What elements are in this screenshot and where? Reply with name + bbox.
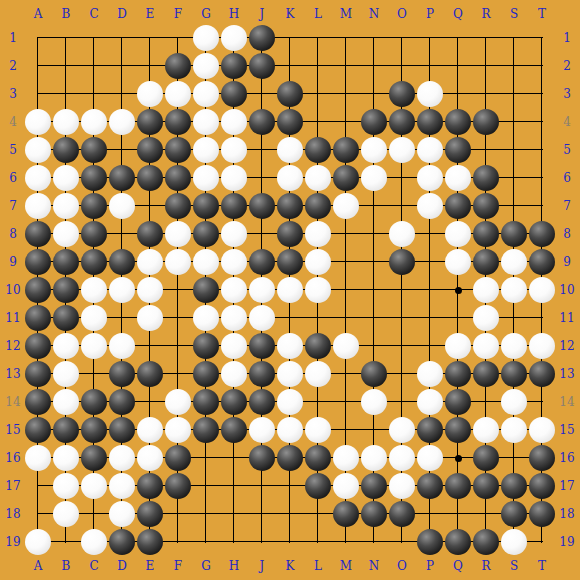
stone-black-A8[interactable] <box>25 221 51 247</box>
coord-label-L: L <box>306 7 330 21</box>
stone-white-C10[interactable] <box>81 277 107 303</box>
stone-white-R10[interactable] <box>473 277 499 303</box>
stone-black-K16[interactable] <box>277 445 303 471</box>
stone-white-B12[interactable] <box>53 333 79 359</box>
coord-label-15: 15 <box>555 423 579 437</box>
stone-white-D7[interactable] <box>109 193 135 219</box>
coord-label-16: 16 <box>1 451 25 465</box>
coord-label-H: H <box>222 7 246 21</box>
stone-black-H7[interactable] <box>221 193 247 219</box>
coord-label-17: 17 <box>555 479 579 493</box>
stone-white-N14[interactable] <box>361 389 387 415</box>
stone-white-B13[interactable] <box>53 361 79 387</box>
stone-white-F14[interactable] <box>165 389 191 415</box>
coord-label-14: 14 <box>555 395 579 409</box>
stone-black-E8[interactable] <box>137 221 163 247</box>
star-point-Q10 <box>455 287 462 294</box>
stone-white-J11[interactable] <box>249 305 275 331</box>
stone-black-G10[interactable] <box>193 277 219 303</box>
coord-label-T: T <box>530 7 554 21</box>
stone-white-K12[interactable] <box>277 333 303 359</box>
stone-black-N4[interactable] <box>361 109 387 135</box>
stone-white-C17[interactable] <box>81 473 107 499</box>
stone-white-C19[interactable] <box>81 529 107 555</box>
stone-black-T8[interactable] <box>529 221 555 247</box>
stone-black-B11[interactable] <box>53 305 79 331</box>
coord-label-S: S <box>502 559 526 573</box>
coord-label-11: 11 <box>1 311 25 325</box>
stone-white-E10[interactable] <box>137 277 163 303</box>
stone-black-F16[interactable] <box>165 445 191 471</box>
stone-black-F6[interactable] <box>165 165 191 191</box>
stone-white-T10[interactable] <box>529 277 555 303</box>
coord-label-O: O <box>390 559 414 573</box>
stone-black-T13[interactable] <box>529 361 555 387</box>
stone-black-R9[interactable] <box>473 249 499 275</box>
stone-white-E3[interactable] <box>137 81 163 107</box>
stone-black-D15[interactable] <box>109 417 135 443</box>
stone-white-A6[interactable] <box>25 165 51 191</box>
coord-label-18: 18 <box>555 507 579 521</box>
coord-label-F: F <box>166 559 190 573</box>
stone-black-S13[interactable] <box>501 361 527 387</box>
stone-white-B16[interactable] <box>53 445 79 471</box>
stone-black-H2[interactable] <box>221 53 247 79</box>
coord-label-R: R <box>474 559 498 573</box>
coord-label-J: J <box>250 7 274 21</box>
stone-black-O4[interactable] <box>389 109 415 135</box>
stone-black-L17[interactable] <box>305 473 331 499</box>
stone-white-Q9[interactable] <box>445 249 471 275</box>
stone-white-L8[interactable] <box>305 221 331 247</box>
stone-black-K4[interactable] <box>277 109 303 135</box>
stone-white-M7[interactable] <box>333 193 359 219</box>
stone-black-L5[interactable] <box>305 137 331 163</box>
stone-black-A13[interactable] <box>25 361 51 387</box>
stone-black-R6[interactable] <box>473 165 499 191</box>
stone-white-O16[interactable] <box>389 445 415 471</box>
stone-black-R4[interactable] <box>473 109 499 135</box>
stone-black-C15[interactable] <box>81 417 107 443</box>
stone-white-H4[interactable] <box>221 109 247 135</box>
stone-black-Q17[interactable] <box>445 473 471 499</box>
stone-black-R8[interactable] <box>473 221 499 247</box>
stone-black-L12[interactable] <box>305 333 331 359</box>
stone-black-A15[interactable] <box>25 417 51 443</box>
stone-white-P7[interactable] <box>417 193 443 219</box>
coord-label-1: 1 <box>555 31 579 45</box>
stone-black-C5[interactable] <box>81 137 107 163</box>
stone-white-F9[interactable] <box>165 249 191 275</box>
stone-black-M5[interactable] <box>333 137 359 163</box>
stone-white-G3[interactable] <box>193 81 219 107</box>
coord-label-3: 3 <box>555 87 579 101</box>
stone-black-C9[interactable] <box>81 249 107 275</box>
stone-white-B17[interactable] <box>53 473 79 499</box>
stone-black-H15[interactable] <box>221 417 247 443</box>
stone-black-P17[interactable] <box>417 473 443 499</box>
stone-black-M18[interactable] <box>333 501 359 527</box>
stone-black-G13[interactable] <box>193 361 219 387</box>
stone-white-H1[interactable] <box>221 25 247 51</box>
stone-white-S10[interactable] <box>501 277 527 303</box>
coord-label-N: N <box>362 7 386 21</box>
stone-black-Q15[interactable] <box>445 417 471 443</box>
stone-white-E16[interactable] <box>137 445 163 471</box>
stone-black-K3[interactable] <box>277 81 303 107</box>
stone-white-B6[interactable] <box>53 165 79 191</box>
stone-white-L9[interactable] <box>305 249 331 275</box>
stone-black-D13[interactable] <box>109 361 135 387</box>
coord-label-2: 2 <box>555 59 579 73</box>
stone-white-E9[interactable] <box>137 249 163 275</box>
stone-black-C6[interactable] <box>81 165 107 191</box>
stone-white-K15[interactable] <box>277 417 303 443</box>
stone-white-P6[interactable] <box>417 165 443 191</box>
stone-white-A5[interactable] <box>25 137 51 163</box>
stone-white-S9[interactable] <box>501 249 527 275</box>
stone-white-S14[interactable] <box>501 389 527 415</box>
stone-white-R11[interactable] <box>473 305 499 331</box>
stone-black-G14[interactable] <box>193 389 219 415</box>
coord-label-8: 8 <box>555 227 579 241</box>
coord-label-G: G <box>194 7 218 21</box>
stone-black-R7[interactable] <box>473 193 499 219</box>
stone-white-F15[interactable] <box>165 417 191 443</box>
stone-black-E5[interactable] <box>137 137 163 163</box>
go-board-screenshot: AABBCCDDEEFFGGHHJJKKLLMMNNOOPPQQRRSSTT11… <box>0 0 580 580</box>
stone-white-C11[interactable] <box>81 305 107 331</box>
stone-black-B15[interactable] <box>53 417 79 443</box>
stone-white-D18[interactable] <box>109 501 135 527</box>
stone-black-C8[interactable] <box>81 221 107 247</box>
stone-white-A16[interactable] <box>25 445 51 471</box>
stone-black-L7[interactable] <box>305 193 331 219</box>
coord-label-19: 19 <box>1 535 25 549</box>
stone-white-N6[interactable] <box>361 165 387 191</box>
coord-label-4: 4 <box>1 115 25 129</box>
coord-label-4: 4 <box>555 115 579 129</box>
stone-white-A4[interactable] <box>25 109 51 135</box>
stone-white-K13[interactable] <box>277 361 303 387</box>
coord-label-K: K <box>278 559 302 573</box>
stone-black-A11[interactable] <box>25 305 51 331</box>
stone-black-R16[interactable] <box>473 445 499 471</box>
coord-label-9: 9 <box>1 255 25 269</box>
coord-label-17: 17 <box>1 479 25 493</box>
stone-white-H11[interactable] <box>221 305 247 331</box>
stone-black-G12[interactable] <box>193 333 219 359</box>
stone-black-O18[interactable] <box>389 501 415 527</box>
stone-black-J12[interactable] <box>249 333 275 359</box>
stone-black-N13[interactable] <box>361 361 387 387</box>
stone-black-M6[interactable] <box>333 165 359 191</box>
coord-label-N: N <box>362 559 386 573</box>
stone-white-C4[interactable] <box>81 109 107 135</box>
stone-black-H3[interactable] <box>221 81 247 107</box>
coord-label-8: 8 <box>1 227 25 241</box>
stone-black-J16[interactable] <box>249 445 275 471</box>
coord-label-E: E <box>138 559 162 573</box>
stone-black-E4[interactable] <box>137 109 163 135</box>
stone-white-P14[interactable] <box>417 389 443 415</box>
stone-white-L6[interactable] <box>305 165 331 191</box>
stone-white-T12[interactable] <box>529 333 555 359</box>
stone-white-B14[interactable] <box>53 389 79 415</box>
stone-black-F4[interactable] <box>165 109 191 135</box>
stone-white-H12[interactable] <box>221 333 247 359</box>
stone-black-P19[interactable] <box>417 529 443 555</box>
stone-black-E13[interactable] <box>137 361 163 387</box>
coord-label-10: 10 <box>555 283 579 297</box>
stone-white-C12[interactable] <box>81 333 107 359</box>
stone-black-K8[interactable] <box>277 221 303 247</box>
stone-black-Q13[interactable] <box>445 361 471 387</box>
coord-label-F: F <box>166 7 190 21</box>
stone-white-D17[interactable] <box>109 473 135 499</box>
coord-label-10: 10 <box>1 283 25 297</box>
stone-white-Q12[interactable] <box>445 333 471 359</box>
stone-white-R12[interactable] <box>473 333 499 359</box>
stone-black-J14[interactable] <box>249 389 275 415</box>
coord-label-16: 16 <box>555 451 579 465</box>
stone-white-M16[interactable] <box>333 445 359 471</box>
stone-white-P13[interactable] <box>417 361 443 387</box>
stone-black-H14[interactable] <box>221 389 247 415</box>
stone-black-D9[interactable] <box>109 249 135 275</box>
stone-white-S12[interactable] <box>501 333 527 359</box>
stone-white-G1[interactable] <box>193 25 219 51</box>
coord-label-19: 19 <box>555 535 579 549</box>
stone-white-O17[interactable] <box>389 473 415 499</box>
stone-black-G7[interactable] <box>193 193 219 219</box>
stone-white-H5[interactable] <box>221 137 247 163</box>
stone-white-H8[interactable] <box>221 221 247 247</box>
coord-label-C: C <box>82 559 106 573</box>
stone-black-R13[interactable] <box>473 361 499 387</box>
stone-white-F3[interactable] <box>165 81 191 107</box>
coord-label-H: H <box>222 559 246 573</box>
stone-black-S18[interactable] <box>501 501 527 527</box>
stone-white-A19[interactable] <box>25 529 51 555</box>
stone-white-L13[interactable] <box>305 361 331 387</box>
coord-label-D: D <box>110 559 134 573</box>
stone-white-Q8[interactable] <box>445 221 471 247</box>
coord-label-T: T <box>530 559 554 573</box>
stone-white-S19[interactable] <box>501 529 527 555</box>
stone-black-A9[interactable] <box>25 249 51 275</box>
stone-white-N16[interactable] <box>361 445 387 471</box>
star-point-Q16 <box>455 455 462 462</box>
stone-black-G8[interactable] <box>193 221 219 247</box>
coord-label-S: S <box>502 7 526 21</box>
stone-black-P15[interactable] <box>417 417 443 443</box>
stone-black-O3[interactable] <box>389 81 415 107</box>
stone-black-J2[interactable] <box>249 53 275 79</box>
coord-label-13: 13 <box>555 367 579 381</box>
stone-black-F2[interactable] <box>165 53 191 79</box>
coord-label-Q: Q <box>446 559 470 573</box>
stone-white-G5[interactable] <box>193 137 219 163</box>
coord-label-2: 2 <box>1 59 25 73</box>
stone-black-L16[interactable] <box>305 445 331 471</box>
stone-black-T18[interactable] <box>529 501 555 527</box>
coord-label-7: 7 <box>555 199 579 213</box>
stone-white-G4[interactable] <box>193 109 219 135</box>
coord-label-A: A <box>26 559 50 573</box>
stone-black-E18[interactable] <box>137 501 163 527</box>
coord-label-5: 5 <box>1 143 25 157</box>
coord-label-G: G <box>194 559 218 573</box>
stone-black-A10[interactable] <box>25 277 51 303</box>
stone-black-J13[interactable] <box>249 361 275 387</box>
stone-black-S8[interactable] <box>501 221 527 247</box>
stone-black-A14[interactable] <box>25 389 51 415</box>
coord-label-O: O <box>390 7 414 21</box>
coord-label-K: K <box>278 7 302 21</box>
coord-label-P: P <box>418 7 442 21</box>
coord-label-6: 6 <box>1 171 25 185</box>
stone-white-G2[interactable] <box>193 53 219 79</box>
stone-black-T16[interactable] <box>529 445 555 471</box>
stone-black-N18[interactable] <box>361 501 387 527</box>
stone-black-Q19[interactable] <box>445 529 471 555</box>
stone-white-F8[interactable] <box>165 221 191 247</box>
coord-label-6: 6 <box>555 171 579 185</box>
coord-label-L: L <box>306 559 330 573</box>
stone-white-A7[interactable] <box>25 193 51 219</box>
stone-black-F7[interactable] <box>165 193 191 219</box>
stone-white-G11[interactable] <box>193 305 219 331</box>
stone-black-P4[interactable] <box>417 109 443 135</box>
stone-white-B18[interactable] <box>53 501 79 527</box>
stone-black-J9[interactable] <box>249 249 275 275</box>
stone-black-B10[interactable] <box>53 277 79 303</box>
stone-white-B8[interactable] <box>53 221 79 247</box>
coord-label-M: M <box>334 7 358 21</box>
coord-label-9: 9 <box>555 255 579 269</box>
coord-label-7: 7 <box>1 199 25 213</box>
coord-label-1: 1 <box>1 31 25 45</box>
stone-black-F17[interactable] <box>165 473 191 499</box>
stone-black-S17[interactable] <box>501 473 527 499</box>
coord-label-E: E <box>138 7 162 21</box>
stone-white-K6[interactable] <box>277 165 303 191</box>
stone-white-E15[interactable] <box>137 417 163 443</box>
stone-black-C7[interactable] <box>81 193 107 219</box>
stone-white-B4[interactable] <box>53 109 79 135</box>
stone-black-E6[interactable] <box>137 165 163 191</box>
stone-black-N17[interactable] <box>361 473 387 499</box>
coord-label-B: B <box>54 7 78 21</box>
stone-white-M17[interactable] <box>333 473 359 499</box>
coord-label-11: 11 <box>555 311 579 325</box>
stone-black-B5[interactable] <box>53 137 79 163</box>
stone-white-H6[interactable] <box>221 165 247 191</box>
stone-black-E17[interactable] <box>137 473 163 499</box>
stone-white-P3[interactable] <box>417 81 443 107</box>
stone-black-K9[interactable] <box>277 249 303 275</box>
stone-white-D4[interactable] <box>109 109 135 135</box>
stone-white-P16[interactable] <box>417 445 443 471</box>
stone-white-K10[interactable] <box>277 277 303 303</box>
stone-white-O5[interactable] <box>389 137 415 163</box>
stone-black-F5[interactable] <box>165 137 191 163</box>
stone-white-G6[interactable] <box>193 165 219 191</box>
stone-white-N5[interactable] <box>361 137 387 163</box>
coord-label-13: 13 <box>1 367 25 381</box>
stone-white-H13[interactable] <box>221 361 247 387</box>
coord-label-18: 18 <box>1 507 25 521</box>
stone-white-H9[interactable] <box>221 249 247 275</box>
stone-black-D14[interactable] <box>109 389 135 415</box>
coord-label-Q: Q <box>446 7 470 21</box>
stone-black-Q5[interactable] <box>445 137 471 163</box>
stone-white-H10[interactable] <box>221 277 247 303</box>
stone-white-K5[interactable] <box>277 137 303 163</box>
stone-white-D10[interactable] <box>109 277 135 303</box>
stone-white-E11[interactable] <box>137 305 163 331</box>
stone-black-K7[interactable] <box>277 193 303 219</box>
stone-white-O15[interactable] <box>389 417 415 443</box>
coord-label-D: D <box>110 7 134 21</box>
stone-black-B9[interactable] <box>53 249 79 275</box>
coord-label-M: M <box>334 559 358 573</box>
stone-black-O9[interactable] <box>389 249 415 275</box>
stone-white-J15[interactable] <box>249 417 275 443</box>
stone-black-Q4[interactable] <box>445 109 471 135</box>
stone-white-O8[interactable] <box>389 221 415 247</box>
stone-white-K14[interactable] <box>277 389 303 415</box>
stone-white-T15[interactable] <box>529 417 555 443</box>
stone-black-Q14[interactable] <box>445 389 471 415</box>
coord-label-12: 12 <box>1 339 25 353</box>
stone-white-P5[interactable] <box>417 137 443 163</box>
stone-black-T9[interactable] <box>529 249 555 275</box>
stone-black-D6[interactable] <box>109 165 135 191</box>
stone-black-G15[interactable] <box>193 417 219 443</box>
stone-white-B7[interactable] <box>53 193 79 219</box>
stone-white-J10[interactable] <box>249 277 275 303</box>
stone-black-Q7[interactable] <box>445 193 471 219</box>
stone-white-R15[interactable] <box>473 417 499 443</box>
coord-label-3: 3 <box>1 87 25 101</box>
stone-black-D19[interactable] <box>109 529 135 555</box>
stone-black-R19[interactable] <box>473 529 499 555</box>
stone-black-J1[interactable] <box>249 25 275 51</box>
stone-black-T17[interactable] <box>529 473 555 499</box>
stone-white-M12[interactable] <box>333 333 359 359</box>
stone-white-L10[interactable] <box>305 277 331 303</box>
stone-white-Q6[interactable] <box>445 165 471 191</box>
stone-white-D16[interactable] <box>109 445 135 471</box>
stone-white-L15[interactable] <box>305 417 331 443</box>
stone-black-A12[interactable] <box>25 333 51 359</box>
stone-black-C14[interactable] <box>81 389 107 415</box>
coord-label-5: 5 <box>555 143 579 157</box>
stone-white-D12[interactable] <box>109 333 135 359</box>
coord-label-J: J <box>250 559 274 573</box>
stone-black-J7[interactable] <box>249 193 275 219</box>
stone-black-J4[interactable] <box>249 109 275 135</box>
stone-white-G9[interactable] <box>193 249 219 275</box>
stone-black-R17[interactable] <box>473 473 499 499</box>
stone-black-E19[interactable] <box>137 529 163 555</box>
stone-black-C16[interactable] <box>81 445 107 471</box>
coord-label-C: C <box>82 7 106 21</box>
coord-label-B: B <box>54 559 78 573</box>
stone-white-S15[interactable] <box>501 417 527 443</box>
